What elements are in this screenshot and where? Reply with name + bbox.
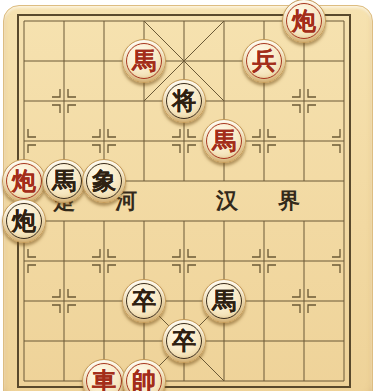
- piece-glyph: 炮: [12, 169, 36, 193]
- piece-glyph: 馬: [52, 169, 76, 193]
- xiangqi-screenshot: 楚 河 汉 界 炮馬兵将馬炮馬象炮卒馬卒車帥: [0, 0, 375, 391]
- piece-red-chariot[interactable]: 車: [82, 359, 126, 391]
- piece-glyph: 馬: [132, 49, 156, 73]
- piece-glyph: 炮: [292, 9, 316, 33]
- piece-red-general[interactable]: 帥: [122, 359, 166, 391]
- piece-glyph: 炮: [12, 209, 36, 233]
- piece-red-horse[interactable]: 馬: [122, 39, 166, 83]
- piece-black-soldier[interactable]: 卒: [162, 319, 206, 363]
- piece-black-soldier[interactable]: 卒: [122, 279, 166, 323]
- piece-red-horse[interactable]: 馬: [202, 119, 246, 163]
- piece-black-general[interactable]: 将: [162, 79, 206, 123]
- piece-glyph: 卒: [172, 329, 196, 353]
- piece-red-cannon[interactable]: 炮: [2, 159, 46, 203]
- piece-glyph: 馬: [212, 289, 236, 313]
- piece-black-horse[interactable]: 馬: [202, 279, 246, 323]
- piece-glyph: 将: [172, 89, 196, 113]
- piece-glyph: 卒: [132, 289, 156, 313]
- piece-black-horse[interactable]: 馬: [42, 159, 86, 203]
- piece-black-elephant[interactable]: 象: [82, 159, 126, 203]
- piece-glyph: 象: [92, 169, 116, 193]
- piece-red-soldier[interactable]: 兵: [242, 39, 286, 83]
- piece-black-cannon[interactable]: 炮: [2, 199, 46, 243]
- piece-red-cannon[interactable]: 炮: [282, 0, 326, 43]
- piece-glyph: 車: [92, 369, 116, 391]
- pieces-layer: 炮馬兵将馬炮馬象炮卒馬卒車帥: [4, 1, 364, 391]
- piece-glyph: 馬: [212, 129, 236, 153]
- piece-glyph: 兵: [252, 49, 276, 73]
- piece-glyph: 帥: [132, 369, 156, 391]
